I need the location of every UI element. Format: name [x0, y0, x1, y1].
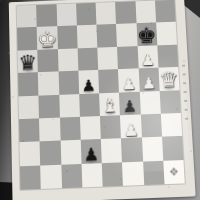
square-g3[interactable] [140, 114, 161, 138]
square-d3[interactable] [80, 116, 101, 140]
square-e5[interactable] [98, 69, 119, 93]
square-a8[interactable] [17, 5, 37, 28]
square-h8[interactable] [155, 0, 176, 23]
square-b6[interactable] [38, 49, 59, 72]
chessboard-photo: ♚♚♛♟♟♟♟♛♝♟♟♟❖ [0, 0, 200, 200]
square-f6[interactable] [117, 46, 138, 69]
square-c6[interactable] [57, 48, 78, 71]
board-border: ♚♚♛♟♟♟♟♛♝♟♟♟❖ [9, 0, 196, 200]
square-a4[interactable] [18, 95, 39, 119]
square-a6[interactable]: ♛ [18, 50, 39, 73]
square-b4[interactable] [39, 94, 60, 118]
white-pawn-f3[interactable]: ♟ [121, 122, 142, 137]
square-g4[interactable] [139, 91, 160, 115]
square-g6[interactable]: ♟ [137, 45, 158, 68]
square-d2[interactable]: ♟ [81, 139, 102, 163]
square-h4[interactable] [159, 90, 180, 114]
black-pawn-d5[interactable]: ♟ [78, 79, 99, 93]
square-g2[interactable] [141, 137, 163, 161]
square-d7[interactable] [77, 25, 98, 48]
black-pawn-d2[interactable]: ♟ [81, 147, 102, 163]
black-king-g7[interactable]: ♚ [136, 26, 157, 45]
square-c5[interactable] [58, 71, 79, 95]
square-a7[interactable] [17, 27, 37, 50]
white-bishop-e4[interactable]: ♝ [99, 98, 120, 115]
square-b1[interactable] [40, 164, 61, 189]
white-king-b7[interactable]: ♚ [37, 30, 57, 49]
board-grid: ♚♚♛♟♟♟♟♛♝♟♟♟❖ [17, 0, 185, 190]
white-pawn-g6[interactable]: ♟ [138, 54, 159, 67]
square-e8[interactable] [96, 2, 117, 25]
square-b8[interactable] [36, 4, 56, 27]
square-c1[interactable] [61, 164, 82, 189]
square-e6[interactable] [97, 47, 118, 70]
square-b5[interactable] [38, 72, 59, 96]
square-c4[interactable] [59, 94, 80, 118]
square-a3[interactable] [19, 118, 40, 142]
white-pawn-g5[interactable]: ♟ [139, 76, 160, 90]
square-h5[interactable]: ♛ [158, 67, 179, 91]
square-f1[interactable] [122, 161, 144, 186]
square-e4[interactable]: ♝ [99, 92, 120, 116]
square-b3[interactable] [39, 117, 60, 141]
square-d4[interactable] [79, 93, 100, 117]
square-g8[interactable] [135, 1, 156, 24]
square-c7[interactable] [57, 26, 78, 49]
square-e2[interactable] [101, 138, 122, 162]
square-e7[interactable] [96, 24, 117, 47]
square-b7[interactable]: ♚ [37, 26, 58, 49]
square-f3[interactable]: ♟ [120, 114, 141, 138]
square-h7[interactable] [156, 22, 177, 45]
dust-speckles [0, 0, 2, 2]
square-c3[interactable] [59, 117, 80, 141]
square-f7[interactable] [116, 24, 137, 47]
square-a5[interactable] [18, 72, 39, 96]
square-d1[interactable] [81, 163, 102, 188]
square-g5[interactable]: ♟ [138, 68, 159, 92]
white-pawn-f5[interactable]: ♟ [119, 77, 140, 91]
square-g1[interactable] [143, 160, 165, 185]
square-h2[interactable] [162, 136, 184, 160]
square-b2[interactable] [40, 141, 61, 165]
square-e3[interactable] [100, 115, 121, 139]
black-pawn-f4[interactable]: ♟ [120, 100, 141, 114]
white-queen-h5[interactable]: ♛ [158, 71, 179, 90]
square-c8[interactable] [56, 4, 76, 27]
square-f5[interactable]: ♟ [118, 68, 139, 92]
square-a2[interactable] [19, 142, 40, 166]
square-d6[interactable] [77, 47, 98, 70]
square-f8[interactable] [115, 1, 136, 24]
square-h6[interactable] [157, 44, 178, 67]
black-queen-a6[interactable]: ♛ [18, 54, 38, 72]
square-f4[interactable]: ♟ [119, 91, 140, 115]
square-h3[interactable] [161, 113, 183, 137]
square-d8[interactable] [76, 3, 97, 26]
square-c2[interactable] [60, 140, 81, 164]
square-d5[interactable]: ♟ [78, 70, 99, 94]
square-e1[interactable] [102, 162, 123, 187]
board-logo-ornament: ❖ [169, 165, 180, 179]
square-f2[interactable] [121, 138, 142, 162]
chess-board: ♚♚♛♟♟♟♟♛♝♟♟♟❖ [9, 0, 196, 200]
square-g7[interactable]: ♚ [136, 23, 157, 46]
border-print-marks [182, 65, 188, 124]
square-a1[interactable] [20, 165, 41, 190]
square-h1[interactable]: ❖ [163, 160, 185, 185]
